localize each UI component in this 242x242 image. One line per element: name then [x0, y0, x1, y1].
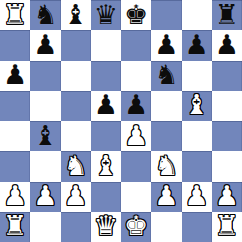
- square-b5[interactable]: [30, 91, 60, 121]
- square-c3[interactable]: ♞: [61, 151, 91, 181]
- black-pawn-piece: ♟: [33, 31, 57, 58]
- square-g5[interactable]: ♝: [182, 91, 212, 121]
- square-h3[interactable]: [212, 151, 242, 181]
- square-f1[interactable]: [151, 212, 181, 242]
- white-knight-piece: ♞: [64, 152, 88, 179]
- square-a1[interactable]: ♜: [0, 212, 30, 242]
- white-pawn-piece: ♟: [64, 182, 88, 209]
- white-rook-piece: ♜: [215, 212, 239, 239]
- square-e2[interactable]: [121, 182, 151, 212]
- black-knight-piece: ♞: [154, 61, 178, 88]
- square-a3[interactable]: [0, 151, 30, 181]
- square-d7[interactable]: [91, 30, 121, 60]
- white-bishop-piece: ♝: [185, 91, 209, 118]
- square-h1[interactable]: ♜: [212, 212, 242, 242]
- square-g3[interactable]: [182, 151, 212, 181]
- square-c2[interactable]: ♟: [61, 182, 91, 212]
- black-queen-piece: ♛: [94, 1, 118, 28]
- square-f2[interactable]: ♟: [151, 182, 181, 212]
- square-d1[interactable]: ♛: [91, 212, 121, 242]
- square-f7[interactable]: ♟: [151, 30, 181, 60]
- square-a7[interactable]: [0, 30, 30, 60]
- square-c5[interactable]: [61, 91, 91, 121]
- square-d8[interactable]: ♛: [91, 0, 121, 30]
- white-pawn-piece: ♟: [124, 122, 148, 149]
- white-pawn-piece: ♟: [154, 182, 178, 209]
- square-h5[interactable]: [212, 91, 242, 121]
- black-bishop-piece: ♝: [64, 1, 88, 28]
- white-pawn-piece: ♟: [3, 182, 27, 209]
- square-b1[interactable]: [30, 212, 60, 242]
- square-a4[interactable]: [0, 121, 30, 151]
- square-g4[interactable]: [182, 121, 212, 151]
- white-queen-piece: ♛: [94, 212, 118, 239]
- square-e4[interactable]: ♟: [121, 121, 151, 151]
- white-pawn-piece: ♟: [185, 182, 209, 209]
- square-f3[interactable]: ♞: [151, 151, 181, 181]
- black-pawn-piece: ♟: [124, 91, 148, 118]
- square-f6[interactable]: ♞: [151, 61, 181, 91]
- square-g1[interactable]: [182, 212, 212, 242]
- square-c8[interactable]: ♝: [61, 0, 91, 30]
- square-a8[interactable]: ♜: [0, 0, 30, 30]
- white-pawn-piece: ♟: [33, 182, 57, 209]
- square-c7[interactable]: [61, 30, 91, 60]
- square-h7[interactable]: ♟: [212, 30, 242, 60]
- square-b6[interactable]: [30, 61, 60, 91]
- square-e5[interactable]: ♟: [121, 91, 151, 121]
- square-e6[interactable]: [121, 61, 151, 91]
- white-rook-piece: ♜: [3, 1, 27, 28]
- black-pawn-piece: ♟: [185, 31, 209, 58]
- square-h2[interactable]: ♟: [212, 182, 242, 212]
- square-b2[interactable]: ♟: [30, 182, 60, 212]
- black-pawn-piece: ♟: [215, 31, 239, 58]
- black-pawn-piece: ♟: [154, 31, 178, 58]
- square-a5[interactable]: [0, 91, 30, 121]
- white-pawn-piece: ♟: [215, 182, 239, 209]
- square-h6[interactable]: [212, 61, 242, 91]
- square-e1[interactable]: ♚: [121, 212, 151, 242]
- square-b4[interactable]: ♝: [30, 121, 60, 151]
- white-king-piece: ♚: [124, 212, 148, 239]
- chess-board: ♜♞♝♛♚♜♟♟♟♟♟♞♟♟♝♝♟♞♝♞♟♟♟♟♟♟♜♛♚♜: [0, 0, 242, 242]
- black-rook-piece: ♜: [215, 1, 239, 28]
- black-bishop-piece: ♝: [33, 122, 57, 149]
- square-d6[interactable]: [91, 61, 121, 91]
- square-g8[interactable]: [182, 0, 212, 30]
- black-knight-piece: ♞: [33, 1, 57, 28]
- black-pawn-piece: ♟: [94, 91, 118, 118]
- square-e8[interactable]: ♚: [121, 0, 151, 30]
- square-b8[interactable]: ♞: [30, 0, 60, 30]
- square-h4[interactable]: [212, 121, 242, 151]
- black-king-piece: ♚: [124, 1, 148, 28]
- square-d3[interactable]: ♝: [91, 151, 121, 181]
- square-f8[interactable]: [151, 0, 181, 30]
- square-f4[interactable]: [151, 121, 181, 151]
- black-pawn-piece: ♟: [3, 61, 27, 88]
- square-b7[interactable]: ♟: [30, 30, 60, 60]
- square-a2[interactable]: ♟: [0, 182, 30, 212]
- white-knight-piece: ♞: [154, 152, 178, 179]
- square-e7[interactable]: [121, 30, 151, 60]
- square-h8[interactable]: ♜: [212, 0, 242, 30]
- square-a6[interactable]: ♟: [0, 61, 30, 91]
- square-c4[interactable]: [61, 121, 91, 151]
- square-d4[interactable]: [91, 121, 121, 151]
- square-g7[interactable]: ♟: [182, 30, 212, 60]
- square-d2[interactable]: [91, 182, 121, 212]
- square-c6[interactable]: [61, 61, 91, 91]
- white-bishop-piece: ♝: [94, 152, 118, 179]
- square-g6[interactable]: [182, 61, 212, 91]
- square-c1[interactable]: [61, 212, 91, 242]
- white-rook-piece: ♜: [3, 212, 27, 239]
- square-b3[interactable]: [30, 151, 60, 181]
- square-f5[interactable]: [151, 91, 181, 121]
- square-e3[interactable]: [121, 151, 151, 181]
- square-g2[interactable]: ♟: [182, 182, 212, 212]
- square-d5[interactable]: ♟: [91, 91, 121, 121]
